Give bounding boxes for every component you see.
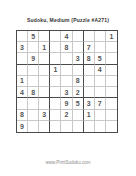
cell-r4c6: [73, 65, 84, 76]
cell-r9c1: 9: [17, 121, 28, 132]
cell-r1c6: [73, 31, 84, 42]
cell-r4c4: 1: [50, 65, 61, 76]
cell-r7c7: 3: [84, 98, 95, 109]
cell-r4c8: 4: [95, 65, 106, 76]
cell-r5c8: [95, 76, 106, 87]
cell-r1c9: 1: [106, 31, 117, 42]
cell-r1c7: [84, 31, 95, 42]
cell-r8c6: [73, 110, 84, 121]
cell-r7c4: [50, 98, 61, 109]
cell-r8c9: [106, 110, 117, 121]
cell-r8c8: [95, 110, 106, 121]
cell-r8c3: 3: [39, 110, 50, 121]
cell-r9c2: [28, 121, 39, 132]
cell-r2c4: [50, 42, 61, 53]
cell-r5c5: [61, 76, 72, 87]
cell-r3c4: [50, 53, 61, 64]
cell-r9c6: [73, 121, 84, 132]
cell-r3c1: [17, 53, 28, 64]
cell-r8c1: 8: [17, 110, 28, 121]
cell-r8c2: [28, 110, 39, 121]
cell-r6c8: [95, 87, 106, 98]
cell-r3c2: 9: [28, 53, 39, 64]
cell-r5c4: [50, 76, 61, 87]
cell-r2c6: [73, 42, 84, 53]
cell-r4c5: [61, 65, 72, 76]
cell-r7c6: 5: [73, 98, 84, 109]
cell-r2c9: [106, 42, 117, 53]
cell-r6c3: [39, 87, 50, 98]
cell-r9c7: [84, 121, 95, 132]
cell-r6c1: 4: [17, 87, 28, 98]
cell-r1c2: 5: [28, 31, 39, 42]
cell-r8c7: 1: [84, 110, 95, 121]
cell-r4c7: [84, 65, 95, 76]
cell-r2c3: 1: [39, 42, 50, 53]
cell-r5c6: 8: [73, 76, 84, 87]
cell-r9c8: [95, 121, 106, 132]
cell-r8c5: 2: [61, 110, 72, 121]
footer-url: www.PrintSudoku.com: [0, 160, 136, 165]
cell-r3c6: 3: [73, 53, 84, 64]
cell-r9c4: [50, 121, 61, 132]
puzzle-title: Sudoku, Medium (Puzzle #A271): [0, 17, 136, 23]
sudoku-board: 5413187938514184832953783219: [16, 30, 118, 133]
cell-r5c1: 1: [17, 76, 28, 87]
cell-r3c7: 8: [84, 53, 95, 64]
cell-r2c2: [28, 42, 39, 53]
cell-r9c3: [39, 121, 50, 132]
cell-r7c2: [28, 98, 39, 109]
cell-r2c1: 3: [17, 42, 28, 53]
cell-r7c9: [106, 98, 117, 109]
cell-r7c1: [17, 98, 28, 109]
cell-r1c5: 4: [61, 31, 72, 42]
cell-r6c2: 8: [28, 87, 39, 98]
cell-r7c3: [39, 98, 50, 109]
cell-r6c6: 2: [73, 87, 84, 98]
cell-r3c8: 5: [95, 53, 106, 64]
cell-r4c9: [106, 65, 117, 76]
cell-r5c7: [84, 76, 95, 87]
cell-r8c4: [50, 110, 61, 121]
cell-r1c1: [17, 31, 28, 42]
cell-r6c7: [84, 87, 95, 98]
cell-r6c5: 3: [61, 87, 72, 98]
cell-r4c1: [17, 65, 28, 76]
cell-r5c3: [39, 76, 50, 87]
cell-r7c8: 7: [95, 98, 106, 109]
cell-r9c5: [61, 121, 72, 132]
sudoku-page: Sudoku, Medium (Puzzle #A271) 5413187938…: [0, 0, 136, 176]
cell-r9c9: [106, 121, 117, 132]
cell-r3c3: [39, 53, 50, 64]
cell-r1c4: [50, 31, 61, 42]
cell-r1c3: [39, 31, 50, 42]
cell-r6c4: [50, 87, 61, 98]
cell-r5c9: [106, 76, 117, 87]
cell-r5c2: [28, 76, 39, 87]
cell-r2c8: [95, 42, 106, 53]
cell-r6c9: [106, 87, 117, 98]
cell-r3c5: [61, 53, 72, 64]
cell-r4c2: [28, 65, 39, 76]
cell-r7c5: 9: [61, 98, 72, 109]
cell-r2c7: 7: [84, 42, 95, 53]
cell-r2c5: 8: [61, 42, 72, 53]
cell-r3c9: [106, 53, 117, 64]
cell-r4c3: [39, 65, 50, 76]
cell-r1c8: [95, 31, 106, 42]
